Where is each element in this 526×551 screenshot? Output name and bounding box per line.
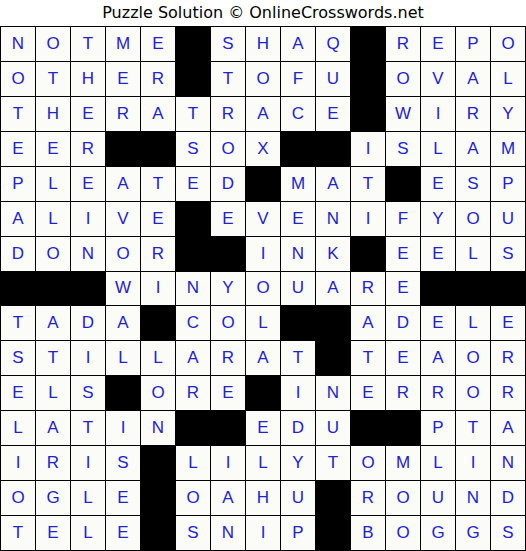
letter-cell: N — [491, 446, 525, 480]
letter-cell: R — [491, 376, 525, 410]
letter-cell: L — [71, 481, 105, 515]
letter-cell: W — [106, 272, 140, 306]
letter-cell: R — [141, 62, 175, 96]
letter-cell: A — [141, 97, 175, 131]
letter-cell: N — [456, 481, 490, 515]
letter-cell: I — [351, 202, 385, 236]
letter-cell: T — [141, 167, 175, 201]
letter-cell: R — [351, 481, 385, 515]
letter-cell: D — [1, 237, 35, 271]
letter-cell: T — [1, 97, 35, 131]
letter-cell: L — [36, 202, 70, 236]
letter-cell: N — [71, 237, 105, 271]
letter-cell: U — [316, 411, 350, 445]
black-cell — [141, 516, 175, 550]
letter-cell: L — [491, 62, 525, 96]
black-cell — [386, 167, 420, 201]
black-cell — [351, 62, 385, 96]
letter-cell: I — [246, 237, 280, 271]
letter-cell: D — [211, 167, 245, 201]
black-cell — [71, 272, 105, 306]
letter-cell: T — [316, 446, 350, 480]
letter-cell: E — [141, 202, 175, 236]
letter-cell: D — [71, 306, 105, 340]
black-cell — [386, 411, 420, 445]
letter-cell: N — [1, 27, 35, 61]
letter-cell: P — [421, 411, 455, 445]
letter-cell: A — [246, 97, 280, 131]
letter-cell: C — [281, 97, 315, 131]
letter-cell: E — [386, 272, 420, 306]
letter-cell: S — [176, 132, 210, 166]
black-cell — [316, 516, 350, 550]
letter-cell: E — [211, 376, 245, 410]
letter-cell: A — [351, 306, 385, 340]
letter-cell: M — [106, 27, 140, 61]
letter-cell: L — [246, 446, 280, 480]
letter-cell: A — [36, 411, 70, 445]
letter-cell: E — [316, 97, 350, 131]
letter-cell: I — [71, 202, 105, 236]
black-cell — [1, 272, 35, 306]
letter-cell: E — [106, 62, 140, 96]
letter-cell: H — [36, 97, 70, 131]
black-cell — [106, 132, 140, 166]
letter-cell: R — [351, 272, 385, 306]
letter-cell: I — [211, 446, 245, 480]
black-cell — [351, 27, 385, 61]
letter-cell: P — [491, 167, 525, 201]
letter-cell: A — [246, 341, 280, 375]
letter-cell: O — [386, 516, 420, 550]
black-cell — [176, 411, 210, 445]
letter-cell: T — [176, 97, 210, 131]
letter-cell: L — [141, 341, 175, 375]
letter-cell: R — [491, 341, 525, 375]
letter-cell: A — [456, 62, 490, 96]
letter-cell: R — [211, 97, 245, 131]
black-cell — [141, 132, 175, 166]
black-cell — [36, 272, 70, 306]
letter-cell: G — [421, 516, 455, 550]
letter-cell: A — [316, 167, 350, 201]
letter-cell: I — [281, 376, 315, 410]
letter-cell: N — [141, 411, 175, 445]
black-cell — [211, 237, 245, 271]
letter-cell: T — [71, 27, 105, 61]
black-cell — [246, 167, 280, 201]
black-cell — [316, 306, 350, 340]
black-cell — [211, 411, 245, 445]
letter-cell: I — [421, 97, 455, 131]
letter-cell: A — [491, 411, 525, 445]
letter-cell: E — [1, 132, 35, 166]
letter-cell: N — [316, 202, 350, 236]
letter-cell: R — [211, 341, 245, 375]
black-cell — [351, 97, 385, 131]
letter-cell: N — [281, 237, 315, 271]
black-cell — [281, 132, 315, 166]
letter-cell: O — [351, 446, 385, 480]
letter-cell: O — [1, 62, 35, 96]
black-cell — [141, 306, 175, 340]
letter-cell: M — [386, 446, 420, 480]
letter-cell: R — [176, 376, 210, 410]
letter-cell: E — [421, 167, 455, 201]
letter-cell: O — [211, 306, 245, 340]
letter-cell: Q — [316, 27, 350, 61]
letter-cell: E — [141, 27, 175, 61]
letter-cell: H — [246, 27, 280, 61]
letter-cell: T — [211, 62, 245, 96]
letter-cell: E — [386, 341, 420, 375]
letter-cell: T — [1, 306, 35, 340]
letter-cell: K — [316, 237, 350, 271]
letter-cell: N — [176, 272, 210, 306]
black-cell — [141, 481, 175, 515]
letter-cell: F — [386, 202, 420, 236]
letter-cell: E — [491, 306, 525, 340]
letter-cell: E — [71, 167, 105, 201]
letter-cell: T — [71, 411, 105, 445]
letter-cell: I — [106, 411, 140, 445]
letter-cell: L — [456, 306, 490, 340]
black-cell — [351, 237, 385, 271]
letter-cell: D — [491, 481, 525, 515]
letter-cell: O — [106, 237, 140, 271]
letter-cell: E — [351, 376, 385, 410]
black-cell — [316, 341, 350, 375]
letter-cell: A — [1, 202, 35, 236]
letter-cell: N — [316, 376, 350, 410]
letter-cell: E — [106, 481, 140, 515]
letter-cell: A — [281, 27, 315, 61]
letter-cell: I — [246, 516, 280, 550]
letter-cell: A — [211, 481, 245, 515]
letter-cell: P — [456, 27, 490, 61]
letter-cell: M — [491, 132, 525, 166]
letter-cell: L — [1, 411, 35, 445]
letter-cell: E — [71, 97, 105, 131]
letter-cell: S — [491, 237, 525, 271]
letter-cell: S — [106, 446, 140, 480]
letter-cell: O — [456, 202, 490, 236]
letter-cell: E — [106, 516, 140, 550]
black-cell — [246, 376, 280, 410]
letter-cell: R — [456, 97, 490, 131]
letter-cell: L — [176, 446, 210, 480]
black-cell — [176, 62, 210, 96]
letter-cell: U — [316, 62, 350, 96]
letter-cell: S — [456, 167, 490, 201]
letter-cell: Y — [491, 97, 525, 131]
letter-cell: U — [421, 481, 455, 515]
letter-cell: L — [421, 132, 455, 166]
letter-cell: O — [176, 481, 210, 515]
letter-cell: W — [386, 97, 420, 131]
letter-cell: I — [1, 446, 35, 480]
letter-cell: G — [456, 516, 490, 550]
letter-cell: N — [211, 516, 245, 550]
letter-cell: I — [71, 341, 105, 375]
letter-cell: E — [386, 237, 420, 271]
letter-cell: R — [141, 237, 175, 271]
letter-cell: S — [71, 376, 105, 410]
letter-cell: T — [1, 516, 35, 550]
letter-cell: O — [456, 376, 490, 410]
letter-cell: A — [106, 306, 140, 340]
black-cell — [316, 481, 350, 515]
letter-cell: C — [176, 306, 210, 340]
letter-cell: Y — [281, 446, 315, 480]
letter-cell: U — [281, 481, 315, 515]
letter-cell: O — [211, 132, 245, 166]
letter-cell: T — [281, 341, 315, 375]
letter-cell: A — [176, 341, 210, 375]
letter-cell: O — [246, 62, 280, 96]
letter-cell: R — [71, 132, 105, 166]
letter-cell: A — [421, 341, 455, 375]
crossword-grid: NOTMESHAQREPOOTHERTOFUOVALTHERATRACEWIRY… — [0, 26, 526, 551]
black-cell — [176, 237, 210, 271]
letter-cell: H — [246, 481, 280, 515]
letter-cell: L — [421, 446, 455, 480]
letter-cell: E — [421, 306, 455, 340]
letter-cell: L — [71, 516, 105, 550]
letter-cell: U — [491, 202, 525, 236]
letter-cell: A — [106, 167, 140, 201]
letter-cell: U — [281, 272, 315, 306]
black-cell — [421, 272, 455, 306]
letter-cell: T — [36, 341, 70, 375]
letter-cell: O — [456, 341, 490, 375]
letter-cell: R — [386, 27, 420, 61]
letter-cell: O — [491, 27, 525, 61]
letter-cell: B — [351, 516, 385, 550]
black-cell — [281, 306, 315, 340]
letter-cell: O — [246, 272, 280, 306]
letter-cell: O — [1, 481, 35, 515]
letter-cell: E — [421, 27, 455, 61]
letter-cell: Y — [211, 272, 245, 306]
letter-cell: E — [211, 202, 245, 236]
letter-cell: P — [281, 516, 315, 550]
black-cell — [106, 376, 140, 410]
letter-cell: E — [281, 202, 315, 236]
letter-cell: E — [176, 167, 210, 201]
letter-cell: I — [351, 132, 385, 166]
letter-cell: D — [281, 411, 315, 445]
page-title: Puzzle Solution © OnlineCrosswords.net — [0, 0, 526, 26]
letter-cell: S — [386, 132, 420, 166]
black-cell — [141, 446, 175, 480]
letter-cell: O — [386, 62, 420, 96]
letter-cell: D — [386, 306, 420, 340]
letter-cell: I — [456, 446, 490, 480]
letter-cell: O — [141, 376, 175, 410]
black-cell — [456, 272, 490, 306]
black-cell — [176, 27, 210, 61]
black-cell — [491, 272, 525, 306]
letter-cell: L — [106, 341, 140, 375]
black-cell — [351, 411, 385, 445]
letter-cell: G — [36, 481, 70, 515]
letter-cell: A — [316, 272, 350, 306]
black-cell — [176, 202, 210, 236]
letter-cell: T — [456, 411, 490, 445]
letter-cell: M — [281, 167, 315, 201]
letter-cell: V — [246, 202, 280, 236]
letter-cell: R — [386, 376, 420, 410]
black-cell — [316, 132, 350, 166]
letter-cell: V — [106, 202, 140, 236]
letter-cell: L — [36, 376, 70, 410]
letter-cell: S — [1, 341, 35, 375]
letter-cell: L — [36, 167, 70, 201]
puzzle-solution-page: Puzzle Solution © OnlineCrosswords.net N… — [0, 0, 526, 551]
letter-cell: S — [491, 516, 525, 550]
letter-cell: L — [246, 306, 280, 340]
letter-cell: H — [71, 62, 105, 96]
letter-cell: R — [421, 376, 455, 410]
letter-cell: V — [421, 62, 455, 96]
letter-cell: R — [106, 97, 140, 131]
letter-cell: E — [36, 516, 70, 550]
letter-cell: E — [421, 237, 455, 271]
letter-cell: S — [211, 27, 245, 61]
letter-cell: S — [176, 516, 210, 550]
letter-cell: T — [351, 167, 385, 201]
letter-cell: E — [246, 411, 280, 445]
letter-cell: T — [36, 62, 70, 96]
letter-cell: L — [456, 237, 490, 271]
letter-cell: X — [246, 132, 280, 166]
letter-cell: E — [36, 132, 70, 166]
letter-cell: I — [71, 446, 105, 480]
letter-cell: T — [351, 341, 385, 375]
letter-cell: P — [1, 167, 35, 201]
letter-cell: R — [36, 446, 70, 480]
letter-cell: E — [1, 376, 35, 410]
letter-cell: O — [36, 27, 70, 61]
letter-cell: F — [281, 62, 315, 96]
letter-cell: O — [386, 481, 420, 515]
letter-cell: A — [36, 306, 70, 340]
letter-cell: A — [456, 132, 490, 166]
letter-cell: O — [36, 237, 70, 271]
letter-cell: I — [141, 272, 175, 306]
letter-cell: Y — [421, 202, 455, 236]
